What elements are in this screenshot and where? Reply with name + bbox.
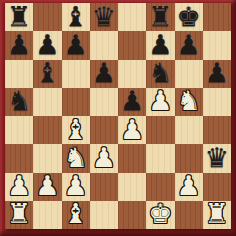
square-e2[interactable] xyxy=(118,173,146,201)
square-c8[interactable]: ♝ xyxy=(62,3,90,31)
black-pawn-g7[interactable]: ♟ xyxy=(177,31,201,58)
square-f7[interactable]: ♟ xyxy=(146,31,174,59)
square-f1[interactable]: ♚ xyxy=(146,201,174,229)
square-h2[interactable] xyxy=(203,173,231,201)
square-g8[interactable]: ♚ xyxy=(175,3,203,31)
square-d7[interactable] xyxy=(90,31,118,59)
square-g1[interactable] xyxy=(175,201,203,229)
square-f8[interactable]: ♜ xyxy=(146,3,174,31)
black-pawn-d6[interactable]: ♟ xyxy=(92,60,116,87)
square-h6[interactable]: ♟ xyxy=(203,60,231,88)
black-pawn-h6[interactable]: ♟ xyxy=(205,60,229,87)
white-bishop-c4[interactable]: ♝ xyxy=(64,116,88,143)
white-pawn-d3[interactable]: ♟ xyxy=(92,144,116,171)
square-e8[interactable] xyxy=(118,3,146,31)
black-queen-h3[interactable]: ♛ xyxy=(205,144,229,171)
square-g5[interactable]: ♞ xyxy=(175,88,203,116)
black-pawn-b7[interactable]: ♟ xyxy=(35,31,59,58)
square-f2[interactable] xyxy=(146,173,174,201)
black-knight-f6[interactable]: ♞ xyxy=(148,60,172,87)
black-pawn-c7[interactable]: ♟ xyxy=(64,31,88,58)
square-e6[interactable] xyxy=(118,60,146,88)
white-pawn-a2[interactable]: ♟ xyxy=(7,173,31,200)
square-a4[interactable] xyxy=(5,116,33,144)
square-b7[interactable]: ♟ xyxy=(33,31,61,59)
square-h7[interactable] xyxy=(203,31,231,59)
square-e7[interactable] xyxy=(118,31,146,59)
square-g4[interactable] xyxy=(175,116,203,144)
square-f5[interactable]: ♟ xyxy=(146,88,174,116)
white-pawn-b2[interactable]: ♟ xyxy=(35,173,59,200)
black-queen-d8[interactable]: ♛ xyxy=(92,3,116,30)
chess-board-frame: ♜♝♛♜♚♟♟♟♟♟♝♟♞♟♞♟♟♞♝♟♞♟♛♟♟♟♟♜♝♚♜ xyxy=(0,0,236,236)
square-d5[interactable] xyxy=(90,88,118,116)
square-a3[interactable] xyxy=(5,144,33,172)
square-b3[interactable] xyxy=(33,144,61,172)
square-f3[interactable] xyxy=(146,144,174,172)
black-bishop-c8[interactable]: ♝ xyxy=(64,3,88,30)
black-rook-f8[interactable]: ♜ xyxy=(148,3,172,30)
black-pawn-e5[interactable]: ♟ xyxy=(120,88,144,115)
black-pawn-f7[interactable]: ♟ xyxy=(148,31,172,58)
black-king-g8[interactable]: ♚ xyxy=(177,3,201,30)
square-c3[interactable]: ♞ xyxy=(62,144,90,172)
white-bishop-c1[interactable]: ♝ xyxy=(64,201,88,228)
square-h3[interactable]: ♛ xyxy=(203,144,231,172)
square-e3[interactable] xyxy=(118,144,146,172)
square-a5[interactable]: ♞ xyxy=(5,88,33,116)
white-pawn-c2[interactable]: ♟ xyxy=(64,173,88,200)
square-d2[interactable] xyxy=(90,173,118,201)
square-f6[interactable]: ♞ xyxy=(146,60,174,88)
square-c4[interactable]: ♝ xyxy=(62,116,90,144)
square-c5[interactable] xyxy=(62,88,90,116)
square-b6[interactable]: ♝ xyxy=(33,60,61,88)
white-knight-g5[interactable]: ♞ xyxy=(177,88,201,115)
square-a6[interactable] xyxy=(5,60,33,88)
square-d1[interactable] xyxy=(90,201,118,229)
white-pawn-f5[interactable]: ♟ xyxy=(148,88,172,115)
square-b8[interactable] xyxy=(33,3,61,31)
chess-board: ♜♝♛♜♚♟♟♟♟♟♝♟♞♟♞♟♟♞♝♟♞♟♛♟♟♟♟♜♝♚♜ xyxy=(5,3,231,229)
white-knight-c3[interactable]: ♞ xyxy=(64,144,88,171)
square-f4[interactable] xyxy=(146,116,174,144)
square-h4[interactable] xyxy=(203,116,231,144)
square-g7[interactable]: ♟ xyxy=(175,31,203,59)
black-bishop-b6[interactable]: ♝ xyxy=(35,60,59,87)
white-pawn-e4[interactable]: ♟ xyxy=(120,116,144,143)
square-c2[interactable]: ♟ xyxy=(62,173,90,201)
square-d3[interactable]: ♟ xyxy=(90,144,118,172)
black-pawn-a7[interactable]: ♟ xyxy=(7,31,31,58)
square-c6[interactable] xyxy=(62,60,90,88)
square-b1[interactable] xyxy=(33,201,61,229)
square-b4[interactable] xyxy=(33,116,61,144)
square-b2[interactable]: ♟ xyxy=(33,173,61,201)
square-d4[interactable] xyxy=(90,116,118,144)
white-pawn-g2[interactable]: ♟ xyxy=(177,173,201,200)
black-knight-a5[interactable]: ♞ xyxy=(7,88,31,115)
square-a7[interactable]: ♟ xyxy=(5,31,33,59)
square-b5[interactable] xyxy=(33,88,61,116)
square-g2[interactable]: ♟ xyxy=(175,173,203,201)
square-a1[interactable]: ♜ xyxy=(5,201,33,229)
square-a8[interactable]: ♜ xyxy=(5,3,33,31)
square-c7[interactable]: ♟ xyxy=(62,31,90,59)
white-rook-h1[interactable]: ♜ xyxy=(205,201,229,228)
square-h1[interactable]: ♜ xyxy=(203,201,231,229)
square-d8[interactable]: ♛ xyxy=(90,3,118,31)
square-g6[interactable] xyxy=(175,60,203,88)
square-e4[interactable]: ♟ xyxy=(118,116,146,144)
square-h8[interactable] xyxy=(203,3,231,31)
white-rook-a1[interactable]: ♜ xyxy=(7,201,31,228)
black-rook-a8[interactable]: ♜ xyxy=(7,3,31,30)
square-d6[interactable]: ♟ xyxy=(90,60,118,88)
white-king-f1[interactable]: ♚ xyxy=(148,201,172,228)
square-c1[interactable]: ♝ xyxy=(62,201,90,229)
square-h5[interactable] xyxy=(203,88,231,116)
square-e5[interactable]: ♟ xyxy=(118,88,146,116)
square-a2[interactable]: ♟ xyxy=(5,173,33,201)
square-e1[interactable] xyxy=(118,201,146,229)
square-g3[interactable] xyxy=(175,144,203,172)
